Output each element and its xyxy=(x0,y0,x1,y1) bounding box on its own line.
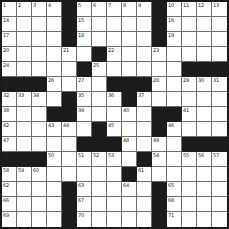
clue-number: 52 xyxy=(93,152,99,158)
cell-r12c2[interactable]: 59 xyxy=(17,167,32,182)
black-cell-r5c6 xyxy=(77,62,92,77)
cell-r8c1[interactable]: 38 xyxy=(2,107,17,122)
cell-r13c10[interactable] xyxy=(137,182,152,197)
clue-number: 29 xyxy=(183,77,189,83)
cell-r15c8[interactable] xyxy=(107,212,122,227)
clue-number: 23 xyxy=(153,47,159,53)
cell-r3c4[interactable] xyxy=(47,32,62,47)
black-cell-r15c5 xyxy=(62,212,77,227)
cell-r11c5[interactable] xyxy=(62,152,77,167)
black-cell-r10c6 xyxy=(77,137,92,152)
cell-r15c3[interactable] xyxy=(32,212,47,227)
clue-number: 2 xyxy=(18,2,21,8)
cell-r2c14[interactable] xyxy=(197,17,212,32)
cell-r10c5[interactable] xyxy=(62,137,77,152)
cell-r12c15[interactable] xyxy=(212,167,227,182)
cell-r13c15[interactable] xyxy=(212,182,227,197)
black-cell-r4c7 xyxy=(92,47,107,62)
cell-r10c1[interactable]: 47 xyxy=(2,137,17,152)
cell-r1c9[interactable]: 8 xyxy=(122,2,137,17)
cell-r10c3[interactable] xyxy=(32,137,47,152)
cell-r4c11[interactable]: 23 xyxy=(152,47,167,62)
black-cell-r2c5 xyxy=(62,17,77,32)
black-cell-r5c15 xyxy=(212,62,227,77)
cell-r12c13[interactable] xyxy=(182,167,197,182)
black-cell-r10c15 xyxy=(212,137,227,152)
black-cell-r13c11 xyxy=(152,182,167,197)
cell-r1c13[interactable]: 11 xyxy=(182,2,197,17)
cell-r9c1[interactable]: 42 xyxy=(2,122,17,137)
cell-r9c15[interactable] xyxy=(212,122,227,137)
cell-r8c10[interactable] xyxy=(137,107,152,122)
clue-number: 45 xyxy=(108,122,114,128)
clue-number: 48 xyxy=(123,137,129,143)
cell-r12c1[interactable]: 58 xyxy=(2,167,17,182)
clue-number: 63 xyxy=(78,182,84,188)
cell-r1c1[interactable]: 1 xyxy=(2,2,17,17)
cell-r7c7[interactable] xyxy=(92,92,107,107)
cell-r15c15[interactable] xyxy=(212,212,227,227)
cell-r8c9[interactable]: 40 xyxy=(122,107,137,122)
black-cell-r1c5 xyxy=(62,2,77,17)
clue-number: 13 xyxy=(213,2,219,8)
cell-r5c4[interactable] xyxy=(47,62,62,77)
cell-r11c14[interactable]: 56 xyxy=(197,152,212,167)
cell-r3c1[interactable]: 17 xyxy=(2,32,17,47)
crossword-grid: 1234567891011121314151617181920212223242… xyxy=(0,0,229,229)
clue-number: 49 xyxy=(153,137,159,143)
clue-number: 5 xyxy=(78,2,81,8)
cell-r9c12[interactable]: 46 xyxy=(167,122,182,137)
cell-r4c8[interactable]: 22 xyxy=(107,47,122,62)
cell-r4c12[interactable] xyxy=(167,47,182,62)
cell-r1c10[interactable]: 9 xyxy=(137,2,152,17)
clue-number: 50 xyxy=(48,152,54,158)
clue-number: 57 xyxy=(213,152,219,158)
cell-r5c11[interactable] xyxy=(152,62,167,77)
cell-r6c4[interactable]: 26 xyxy=(47,77,62,92)
clue-number: 30 xyxy=(198,77,204,83)
black-cell-r10c14 xyxy=(197,137,212,152)
clue-number: 69 xyxy=(3,212,9,218)
cell-r11c8[interactable]: 53 xyxy=(107,152,122,167)
cell-r9c3[interactable] xyxy=(32,122,47,137)
cell-r14c4[interactable] xyxy=(47,197,62,212)
cell-r7c3[interactable]: 34 xyxy=(32,92,47,107)
cell-r5c2[interactable] xyxy=(17,62,32,77)
clue-number: 61 xyxy=(138,167,144,173)
cell-r13c13[interactable] xyxy=(182,182,197,197)
clue-number: 24 xyxy=(3,62,9,68)
cell-r2c13[interactable] xyxy=(182,17,197,32)
cell-r11c7[interactable]: 52 xyxy=(92,152,107,167)
clue-number: 16 xyxy=(168,17,174,23)
cell-r6c7[interactable] xyxy=(92,77,107,92)
clue-number: 56 xyxy=(198,152,204,158)
black-cell-r10c8 xyxy=(107,137,122,152)
cell-r1c8[interactable]: 7 xyxy=(107,2,122,17)
clue-number: 4 xyxy=(48,2,51,8)
cell-r7c4[interactable] xyxy=(47,92,62,107)
black-cell-r14c11 xyxy=(152,197,167,212)
cell-r8c14[interactable] xyxy=(197,107,212,122)
black-cell-r10c7 xyxy=(92,137,107,152)
black-cell-r7c9 xyxy=(122,92,137,107)
cell-r3c15[interactable] xyxy=(212,32,227,47)
cell-r12c5[interactable] xyxy=(62,167,77,182)
cell-r4c14[interactable] xyxy=(197,47,212,62)
black-cell-r10c13 xyxy=(182,137,197,152)
clue-number: 18 xyxy=(78,32,84,38)
cell-r7c8[interactable]: 36 xyxy=(107,92,122,107)
cell-r5c9[interactable] xyxy=(122,62,137,77)
black-cell-r11c3 xyxy=(32,152,47,167)
cell-r15c14[interactable] xyxy=(197,212,212,227)
black-cell-r8c4 xyxy=(47,107,62,122)
clue-number: 35 xyxy=(78,92,84,98)
cell-r10c12[interactable] xyxy=(167,137,182,152)
cell-r7c2[interactable]: 33 xyxy=(17,92,32,107)
black-cell-r9c7 xyxy=(92,122,107,137)
clue-number: 31 xyxy=(213,77,219,83)
cell-r10c2[interactable] xyxy=(17,137,32,152)
clue-number: 40 xyxy=(123,107,129,113)
clue-number: 26 xyxy=(48,77,54,83)
clue-number: 67 xyxy=(78,197,84,203)
cell-r14c14[interactable] xyxy=(197,197,212,212)
cell-r12c6[interactable] xyxy=(77,167,92,182)
clue-number: 7 xyxy=(108,2,111,8)
cell-r13c9[interactable]: 64 xyxy=(122,182,137,197)
cell-r4c5[interactable]: 21 xyxy=(62,47,77,62)
cell-r13c3[interactable] xyxy=(32,182,47,197)
black-cell-r3c11 xyxy=(152,32,167,47)
cell-r4c3[interactable] xyxy=(32,47,47,62)
clue-number: 27 xyxy=(78,77,84,83)
clue-number: 19 xyxy=(168,32,174,38)
clue-number: 36 xyxy=(108,92,114,98)
cell-r15c7[interactable] xyxy=(92,212,107,227)
black-cell-r8c5 xyxy=(62,107,77,122)
cell-r4c6[interactable] xyxy=(77,47,92,62)
cell-r9c13[interactable] xyxy=(182,122,197,137)
clue-number: 22 xyxy=(108,47,114,53)
cell-r7c15[interactable] xyxy=(212,92,227,107)
cell-r5c8[interactable] xyxy=(107,62,122,77)
cell-r11c9[interactable] xyxy=(122,152,137,167)
cell-r13c4[interactable] xyxy=(47,182,62,197)
cell-r1c12[interactable]: 10 xyxy=(167,2,182,17)
cell-r2c15[interactable] xyxy=(212,17,227,32)
clue-number: 34 xyxy=(33,92,39,98)
cell-r1c4[interactable]: 4 xyxy=(47,2,62,17)
black-cell-r8c11 xyxy=(152,107,167,122)
cell-r14c12[interactable]: 68 xyxy=(167,197,182,212)
cell-r3c6[interactable]: 18 xyxy=(77,32,92,47)
cell-r14c9[interactable] xyxy=(122,197,137,212)
clue-number: 28 xyxy=(153,77,159,83)
black-cell-r9c11 xyxy=(152,122,167,137)
cell-r5c10[interactable] xyxy=(137,62,152,77)
black-cell-r6c2 xyxy=(17,77,32,92)
cell-r13c7[interactable] xyxy=(92,182,107,197)
clue-number: 8 xyxy=(123,2,126,8)
cell-r14c10[interactable] xyxy=(137,197,152,212)
clue-number: 25 xyxy=(93,62,99,68)
clue-number: 6 xyxy=(93,2,96,8)
cell-r11c6[interactable]: 51 xyxy=(77,152,92,167)
cell-r15c6[interactable]: 70 xyxy=(77,212,92,227)
black-cell-r14c5 xyxy=(62,197,77,212)
cell-r15c4[interactable] xyxy=(47,212,62,227)
cell-r6c13[interactable]: 29 xyxy=(182,77,197,92)
cell-r11c4[interactable]: 50 xyxy=(47,152,62,167)
cell-r9c4[interactable]: 43 xyxy=(47,122,62,137)
cell-r6c5[interactable] xyxy=(62,77,77,92)
clue-number: 14 xyxy=(3,17,9,23)
cell-r3c7[interactable] xyxy=(92,32,107,47)
cell-r5c5[interactable] xyxy=(62,62,77,77)
black-cell-r6c3 xyxy=(32,77,47,92)
clue-number: 9 xyxy=(138,2,141,8)
cell-r13c6[interactable]: 63 xyxy=(77,182,92,197)
cell-r12c11[interactable] xyxy=(152,167,167,182)
black-cell-r15c11 xyxy=(152,212,167,227)
cell-r2c6[interactable]: 15 xyxy=(77,17,92,32)
cell-r7c14[interactable] xyxy=(197,92,212,107)
cell-r14c2[interactable] xyxy=(17,197,32,212)
cell-r11c13[interactable]: 55 xyxy=(182,152,197,167)
cell-r3c8[interactable] xyxy=(107,32,122,47)
clue-number: 11 xyxy=(183,2,189,8)
cell-r9c10[interactable] xyxy=(137,122,152,137)
cell-r6c6[interactable]: 27 xyxy=(77,77,92,92)
cell-r10c9[interactable]: 48 xyxy=(122,137,137,152)
cell-r2c1[interactable]: 14 xyxy=(2,17,17,32)
clue-number: 37 xyxy=(138,92,144,98)
cell-r2c2[interactable] xyxy=(17,17,32,32)
cell-r2c12[interactable]: 16 xyxy=(167,17,182,32)
cell-r12c3[interactable]: 60 xyxy=(32,167,47,182)
black-cell-r6c9 xyxy=(122,77,137,92)
clue-number: 10 xyxy=(168,2,174,8)
cell-r7c13[interactable] xyxy=(182,92,197,107)
cell-r1c3[interactable]: 3 xyxy=(32,2,47,17)
cell-r13c2[interactable] xyxy=(17,182,32,197)
black-cell-r3c5 xyxy=(62,32,77,47)
black-cell-r7c5 xyxy=(62,92,77,107)
cell-r15c13[interactable] xyxy=(182,212,197,227)
black-cell-r1c11 xyxy=(152,2,167,17)
cell-r13c8[interactable] xyxy=(107,182,122,197)
cell-r6c12[interactable] xyxy=(167,77,182,92)
cell-r1c2[interactable]: 2 xyxy=(17,2,32,17)
cell-r9c8[interactable]: 45 xyxy=(107,122,122,137)
black-cell-r5c13 xyxy=(182,62,197,77)
cell-r3c12[interactable]: 19 xyxy=(167,32,182,47)
black-cell-r13c5 xyxy=(62,182,77,197)
cell-r1c7[interactable]: 6 xyxy=(92,2,107,17)
cell-r13c12[interactable]: 65 xyxy=(167,182,182,197)
black-cell-r6c1 xyxy=(2,77,17,92)
cell-r9c5[interactable]: 44 xyxy=(62,122,77,137)
cell-r13c14[interactable] xyxy=(197,182,212,197)
cell-r14c6[interactable]: 67 xyxy=(77,197,92,212)
cell-r5c3[interactable] xyxy=(32,62,47,77)
clue-number: 20 xyxy=(3,47,9,53)
cell-r8c6[interactable]: 39 xyxy=(77,107,92,122)
cell-r2c10[interactable] xyxy=(137,17,152,32)
cell-r3c9[interactable] xyxy=(122,32,137,47)
cell-r4c10[interactable] xyxy=(137,47,152,62)
cell-r12c8[interactable] xyxy=(107,167,122,182)
clue-number: 68 xyxy=(168,197,174,203)
cell-r6c15[interactable]: 31 xyxy=(212,77,227,92)
clue-number: 43 xyxy=(48,122,54,128)
cell-r8c3[interactable] xyxy=(32,107,47,122)
cell-r3c2[interactable] xyxy=(17,32,32,47)
cell-r14c15[interactable] xyxy=(212,197,227,212)
clue-number: 17 xyxy=(3,32,9,38)
clue-number: 60 xyxy=(33,167,39,173)
cell-r12c14[interactable] xyxy=(197,167,212,182)
clue-number: 15 xyxy=(78,17,84,23)
cell-r2c9[interactable] xyxy=(122,17,137,32)
cell-r3c13[interactable] xyxy=(182,32,197,47)
clue-number: 1 xyxy=(3,2,6,8)
clue-number: 12 xyxy=(198,2,204,8)
clue-number: 44 xyxy=(63,122,69,128)
cell-r3c10[interactable] xyxy=(137,32,152,47)
clue-number: 59 xyxy=(18,167,24,173)
black-cell-r11c2 xyxy=(17,152,32,167)
clue-number: 32 xyxy=(3,92,9,98)
cell-r11c12[interactable] xyxy=(167,152,182,167)
cell-r8c15[interactable] xyxy=(212,107,227,122)
cell-r9c14[interactable] xyxy=(197,122,212,137)
black-cell-r12c9 xyxy=(122,167,137,182)
cell-r15c1[interactable]: 69 xyxy=(2,212,17,227)
cell-r12c4[interactable] xyxy=(47,167,62,182)
cell-r10c10[interactable] xyxy=(137,137,152,152)
clue-number: 33 xyxy=(18,92,24,98)
cell-r8c2[interactable] xyxy=(17,107,32,122)
cell-r5c12[interactable] xyxy=(167,62,182,77)
cell-r12c10[interactable]: 61 xyxy=(137,167,152,182)
cell-r2c3[interactable] xyxy=(32,17,47,32)
cell-r7c11[interactable] xyxy=(152,92,167,107)
cell-r12c7[interactable] xyxy=(92,167,107,182)
cell-r15c9[interactable] xyxy=(122,212,137,227)
cell-r1c15[interactable]: 13 xyxy=(212,2,227,17)
cell-r8c13[interactable]: 41 xyxy=(182,107,197,122)
black-cell-r2c11 xyxy=(152,17,167,32)
cell-r14c1[interactable]: 66 xyxy=(2,197,17,212)
cell-r10c11[interactable]: 49 xyxy=(152,137,167,152)
clue-number: 46 xyxy=(168,122,174,128)
clue-number: 71 xyxy=(168,212,174,218)
cell-r10c4[interactable] xyxy=(47,137,62,152)
black-cell-r6c8 xyxy=(107,77,122,92)
cell-r4c15[interactable] xyxy=(212,47,227,62)
cell-r9c6[interactable] xyxy=(77,122,92,137)
cell-r7c10[interactable]: 37 xyxy=(137,92,152,107)
clue-number: 55 xyxy=(183,152,189,158)
clue-number: 51 xyxy=(78,152,84,158)
cell-r6c14[interactable]: 30 xyxy=(197,77,212,92)
cell-r7c6[interactable]: 35 xyxy=(77,92,92,107)
cell-r14c3[interactable] xyxy=(32,197,47,212)
cell-r5c1[interactable]: 24 xyxy=(2,62,17,77)
clue-number: 54 xyxy=(153,152,159,158)
clue-number: 42 xyxy=(3,122,9,128)
cell-r5c7[interactable]: 25 xyxy=(92,62,107,77)
cell-r4c13[interactable] xyxy=(182,47,197,62)
cell-r12c12[interactable] xyxy=(167,167,182,182)
clue-number: 53 xyxy=(108,152,114,158)
clue-number: 38 xyxy=(3,107,9,113)
clue-number: 47 xyxy=(3,137,9,143)
cell-r15c2[interactable] xyxy=(17,212,32,227)
cell-r15c10[interactable] xyxy=(137,212,152,227)
cell-r7c12[interactable] xyxy=(167,92,182,107)
black-cell-r11c10 xyxy=(137,152,152,167)
cell-r4c9[interactable] xyxy=(122,47,137,62)
cell-r3c3[interactable] xyxy=(32,32,47,47)
cell-r2c7[interactable] xyxy=(92,17,107,32)
black-cell-r5c14 xyxy=(197,62,212,77)
cell-r13c1[interactable]: 62 xyxy=(2,182,17,197)
cell-r1c6[interactable]: 5 xyxy=(77,2,92,17)
cell-r4c1[interactable]: 20 xyxy=(2,47,17,62)
cell-r6c11[interactable]: 28 xyxy=(152,77,167,92)
clue-number: 70 xyxy=(78,212,84,218)
cell-r3c14[interactable] xyxy=(197,32,212,47)
cell-r15c12[interactable]: 71 xyxy=(167,212,182,227)
cell-r8c8[interactable] xyxy=(107,107,122,122)
clue-number: 21 xyxy=(63,47,69,53)
clue-number: 3 xyxy=(33,2,36,8)
cell-r11c15[interactable]: 57 xyxy=(212,152,227,167)
cell-r4c4[interactable] xyxy=(47,47,62,62)
cell-r14c13[interactable] xyxy=(182,197,197,212)
black-cell-r11c1 xyxy=(2,152,17,167)
clue-number: 65 xyxy=(168,182,174,188)
black-cell-r8c12 xyxy=(167,107,182,122)
clue-number: 66 xyxy=(3,197,9,203)
cell-r11c11[interactable]: 54 xyxy=(152,152,167,167)
cell-r14c8[interactable] xyxy=(107,197,122,212)
cell-r9c2[interactable] xyxy=(17,122,32,137)
cell-r4c2[interactable] xyxy=(17,47,32,62)
cell-r2c4[interactable] xyxy=(47,17,62,32)
cell-r14c7[interactable] xyxy=(92,197,107,212)
clue-number: 41 xyxy=(183,107,189,113)
clue-number: 58 xyxy=(3,167,9,173)
black-cell-r6c10 xyxy=(137,77,152,92)
cell-r9c9[interactable] xyxy=(122,122,137,137)
cell-r7c1[interactable]: 32 xyxy=(2,92,17,107)
cell-r8c7[interactable] xyxy=(92,107,107,122)
clue-number: 62 xyxy=(3,182,9,188)
cell-r2c8[interactable] xyxy=(107,17,122,32)
cell-r1c14[interactable]: 12 xyxy=(197,2,212,17)
clue-number: 39 xyxy=(78,107,84,113)
clue-number: 64 xyxy=(123,182,129,188)
